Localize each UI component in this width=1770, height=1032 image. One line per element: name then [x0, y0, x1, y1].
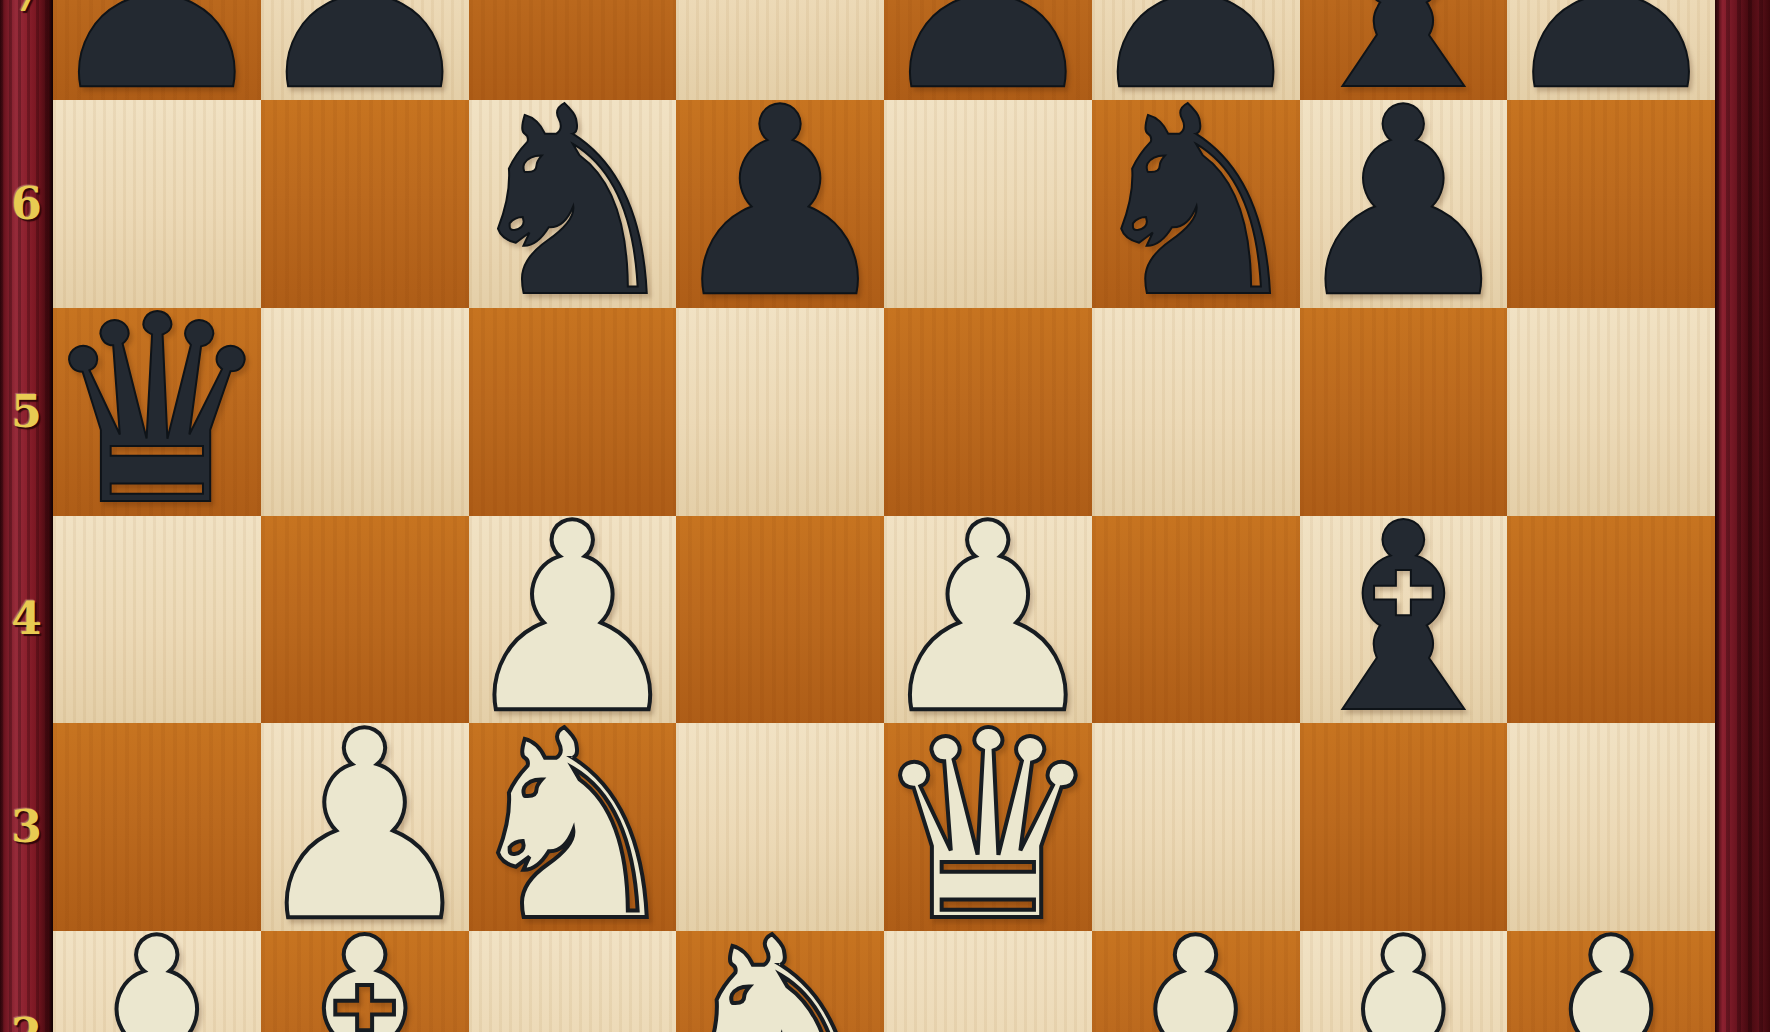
square-h5 [1507, 308, 1715, 516]
square-h4 [1507, 516, 1715, 724]
square-c2 [469, 931, 677, 1032]
white-queen-e3: ♛ [871, 724, 1104, 931]
white-pawn-f2: ♟ [1079, 931, 1312, 1032]
white-pawn-a2: ♟ [40, 931, 273, 1032]
black-bishop-g4: ♝ [1287, 516, 1520, 723]
square-h7: ♟ [1507, 0, 1715, 100]
white-pawn-h2: ♟ [1495, 931, 1728, 1032]
square-b5 [261, 308, 469, 516]
rank-label-5: 5 [0, 390, 53, 434]
square-a4 [53, 516, 261, 724]
rank-label-7: 7 [0, 0, 53, 18]
white-knight-d2: ♞ [664, 931, 897, 1032]
square-f5 [1092, 308, 1300, 516]
square-h2: ♟ [1507, 931, 1715, 1032]
chess-board: ♟♟♟♟♝♟♞♟♞♟♛♟♟♝♟♞♛♟♝♞♟♟♟ [53, 0, 1715, 1032]
white-pawn-g2: ♟ [1287, 931, 1520, 1032]
square-d6: ♟ [676, 100, 884, 308]
square-a7: ♟ [53, 0, 261, 100]
square-f6: ♞ [1092, 100, 1300, 308]
black-knight-f6: ♞ [1079, 100, 1312, 307]
square-f2: ♟ [1092, 931, 1300, 1032]
square-g4: ♝ [1300, 516, 1508, 724]
square-b2: ♝ [261, 931, 469, 1032]
rank-label-6: 6 [0, 182, 53, 226]
square-h6 [1507, 100, 1715, 308]
rank-label-3: 3 [0, 805, 53, 849]
square-b6 [261, 100, 469, 308]
black-pawn-a7: ♟ [40, 0, 273, 100]
square-b7: ♟ [261, 0, 469, 100]
square-e2 [884, 931, 1092, 1032]
square-g2: ♟ [1300, 931, 1508, 1032]
square-e7: ♟ [884, 0, 1092, 100]
rank-label-2: 2 [0, 1013, 53, 1032]
square-a2: ♟ [53, 931, 261, 1032]
black-pawn-g6: ♟ [1287, 100, 1520, 307]
board-frame-left [0, 0, 53, 1032]
square-e6 [884, 100, 1092, 308]
chess-diagram: ♟♟♟♟♝♟♞♟♞♟♛♟♟♝♟♞♛♟♝♞♟♟♟ 765432 [0, 0, 1770, 1032]
square-c6: ♞ [469, 100, 677, 308]
black-pawn-b7: ♟ [248, 0, 481, 100]
white-knight-c3: ♞ [456, 724, 689, 931]
black-pawn-h7: ♟ [1495, 0, 1728, 100]
square-a5: ♛ [53, 308, 261, 516]
rank-label-4: 4 [0, 597, 53, 641]
black-pawn-e7: ♟ [871, 0, 1104, 100]
board-frame-right [1715, 0, 1770, 1032]
square-d5 [676, 308, 884, 516]
square-d2: ♞ [676, 931, 884, 1032]
black-pawn-d6: ♟ [664, 100, 897, 307]
square-g6: ♟ [1300, 100, 1508, 308]
square-c3: ♞ [469, 723, 677, 931]
square-e3: ♛ [884, 723, 1092, 931]
black-knight-c6: ♞ [456, 100, 689, 307]
square-f4 [1092, 516, 1300, 724]
white-bishop-b2: ♝ [248, 931, 481, 1032]
square-d4 [676, 516, 884, 724]
black-queen-a5: ♛ [40, 308, 273, 515]
